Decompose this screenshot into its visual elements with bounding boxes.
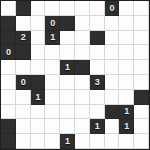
- cell-r7c10: [134, 90, 149, 105]
- cell-r7c8[interactable]: [105, 90, 120, 105]
- cell-r7c1[interactable]: [1, 90, 16, 105]
- cell-r8c8: [105, 105, 120, 120]
- clue-text: 1: [65, 137, 70, 146]
- cell-r1c2: [16, 1, 31, 16]
- cell-r8c9: 1: [119, 105, 134, 120]
- cell-r4c2: [16, 45, 31, 60]
- cell-r1c3[interactable]: [31, 1, 46, 16]
- cell-r4c9[interactable]: [119, 45, 134, 60]
- cell-r10c1: [1, 134, 16, 149]
- akari-board: 0021010311111: [0, 0, 150, 150]
- cell-r5c3[interactable]: [31, 60, 46, 75]
- cell-r2c1: [1, 16, 16, 31]
- cell-r2c6[interactable]: [75, 16, 90, 31]
- cell-r2c3[interactable]: [31, 16, 46, 31]
- clue-text: 1: [95, 122, 100, 131]
- cell-r2c5: [60, 16, 75, 31]
- cell-r2c10[interactable]: [134, 16, 149, 31]
- cell-r9c8[interactable]: [105, 119, 120, 134]
- cell-r4c1: 0: [1, 45, 16, 60]
- cell-r7c2[interactable]: [16, 90, 31, 105]
- cell-r1c10[interactable]: [134, 1, 149, 16]
- cell-r9c4[interactable]: [45, 119, 60, 134]
- cell-r6c4[interactable]: [45, 75, 60, 90]
- cell-r2c8[interactable]: [105, 16, 120, 31]
- cell-r5c1[interactable]: [1, 60, 16, 75]
- cell-r8c2[interactable]: [16, 105, 31, 120]
- cell-r6c1[interactable]: [1, 75, 16, 90]
- cell-r6c2: 0: [16, 75, 31, 90]
- cell-r6c10[interactable]: [134, 75, 149, 90]
- cell-r5c2[interactable]: [16, 60, 31, 75]
- cell-r8c4[interactable]: [45, 105, 60, 120]
- cell-r3c10[interactable]: [134, 31, 149, 46]
- cell-r2c7[interactable]: [90, 16, 105, 31]
- cell-r3c2: 2: [16, 31, 31, 46]
- cell-r8c6[interactable]: [75, 105, 90, 120]
- cell-r6c3: [31, 75, 46, 90]
- clue-text: 3: [95, 78, 100, 87]
- cell-r2c9[interactable]: [119, 16, 134, 31]
- cell-r4c5[interactable]: [60, 45, 75, 60]
- cell-r5c10[interactable]: [134, 60, 149, 75]
- cell-r1c6[interactable]: [75, 1, 90, 16]
- cell-r3c4: 1: [45, 31, 60, 46]
- cell-r6c7: 3: [90, 75, 105, 90]
- cell-r10c10[interactable]: [134, 134, 149, 149]
- cell-r4c7[interactable]: [90, 45, 105, 60]
- cell-r6c6[interactable]: [75, 75, 90, 90]
- cell-r10c4[interactable]: [45, 134, 60, 149]
- cell-r3c9[interactable]: [119, 31, 134, 46]
- cell-r6c8[interactable]: [105, 75, 120, 90]
- cell-r6c9[interactable]: [119, 75, 134, 90]
- clue-text: 1: [50, 33, 55, 42]
- cell-r1c5[interactable]: [60, 1, 75, 16]
- clue-text: 1: [124, 122, 129, 131]
- cell-r9c9: 1: [119, 119, 134, 134]
- cell-r3c8[interactable]: [105, 31, 120, 46]
- cell-r9c2[interactable]: [16, 119, 31, 134]
- cell-r8c3[interactable]: [31, 105, 46, 120]
- cell-r10c6[interactable]: [75, 134, 90, 149]
- clue-text: 1: [65, 63, 70, 72]
- cell-r5c7[interactable]: [90, 60, 105, 75]
- cell-r7c7[interactable]: [90, 90, 105, 105]
- cell-r10c2[interactable]: [16, 134, 31, 149]
- clue-text: 0: [109, 4, 114, 13]
- cell-r4c6[interactable]: [75, 45, 90, 60]
- cell-r10c3[interactable]: [31, 134, 46, 149]
- cell-r1c9[interactable]: [119, 1, 134, 16]
- cell-r3c7: [90, 31, 105, 46]
- cell-r4c10[interactable]: [134, 45, 149, 60]
- cell-r2c4: 0: [45, 16, 60, 31]
- cell-r5c9[interactable]: [119, 60, 134, 75]
- cell-r7c4[interactable]: [45, 90, 60, 105]
- clue-text: 1: [35, 93, 40, 102]
- cell-r9c6[interactable]: [75, 119, 90, 134]
- cell-r1c7[interactable]: [90, 1, 105, 16]
- cell-r3c6[interactable]: [75, 31, 90, 46]
- cell-r3c1: [1, 31, 16, 46]
- clue-text: 0: [6, 48, 11, 57]
- cell-r10c7[interactable]: [90, 134, 105, 149]
- clue-text: 0: [50, 19, 55, 28]
- cell-r8c5[interactable]: [60, 105, 75, 120]
- cell-r3c5[interactable]: [60, 31, 75, 46]
- cell-r9c5[interactable]: [60, 119, 75, 134]
- cell-r1c4[interactable]: [45, 1, 60, 16]
- cell-r4c4[interactable]: [45, 45, 60, 60]
- cell-r4c8[interactable]: [105, 45, 120, 60]
- clue-text: 1: [124, 107, 129, 116]
- cell-r5c4[interactable]: [45, 60, 60, 75]
- clue-text: 0: [21, 78, 26, 87]
- cell-r8c7[interactable]: [90, 105, 105, 120]
- cell-r5c6: [75, 60, 90, 75]
- cell-r9c1: [1, 119, 16, 134]
- cell-r9c7: 1: [90, 119, 105, 134]
- cell-r8c10[interactable]: [134, 105, 149, 120]
- cell-r1c8: 0: [105, 1, 120, 16]
- cell-r5c5: 1: [60, 60, 75, 75]
- cell-r4c3[interactable]: [31, 45, 46, 60]
- cell-r10c8[interactable]: [105, 134, 120, 149]
- cell-r7c9[interactable]: [119, 90, 134, 105]
- cell-r9c3[interactable]: [31, 119, 46, 134]
- cell-r7c6[interactable]: [75, 90, 90, 105]
- cell-r3c3[interactable]: [31, 31, 46, 46]
- cell-r1c1[interactable]: [1, 1, 16, 16]
- cell-r7c5[interactable]: [60, 90, 75, 105]
- cell-r9c10[interactable]: [134, 119, 149, 134]
- cell-r10c9[interactable]: [119, 134, 134, 149]
- cell-r7c3: 1: [31, 90, 46, 105]
- cell-r8c1[interactable]: [1, 105, 16, 120]
- clue-text: 2: [21, 33, 26, 42]
- cell-r5c8[interactable]: [105, 60, 120, 75]
- cell-r6c5[interactable]: [60, 75, 75, 90]
- cell-r2c2[interactable]: [16, 16, 31, 31]
- cell-r10c5: 1: [60, 134, 75, 149]
